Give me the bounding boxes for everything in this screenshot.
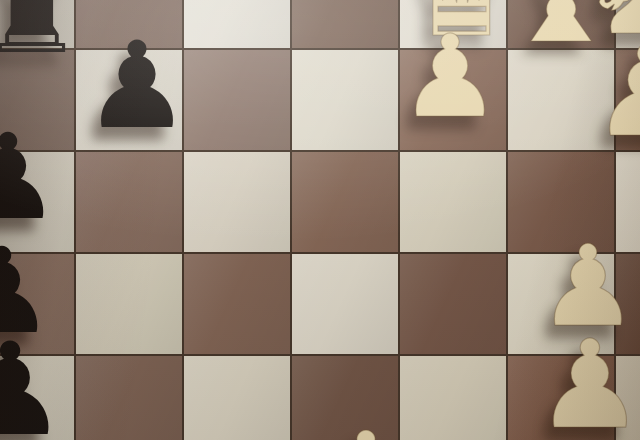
piece-white-pawn-c4[interactable]: ♟: [532, 230, 640, 342]
piece-white-queen-d1[interactable]: ♛: [395, 0, 530, 56]
piece-white-pawn-d2[interactable]: ♟: [393, 20, 507, 134]
piece-black-rook-h1[interactable]: ♜: [0, 0, 91, 70]
piece-white-knight-b1[interactable]: ♞: [573, 0, 640, 52]
piece-black-pawn-h4[interactable]: ♟: [0, 232, 61, 350]
piece-white-pawn-e6[interactable]: ♟: [309, 417, 424, 440]
piece-white-pawn-b2[interactable]: ♟: [585, 29, 640, 154]
chessboard-photo: ♜♟♟♟♟♛♝♞♟♟♟♟♟: [0, 0, 640, 440]
piece-black-pawn-h3[interactable]: ♟: [0, 118, 67, 236]
piece-white-bishop-c1[interactable]: ♝: [497, 0, 625, 61]
pieces-layer: ♜♟♟♟♟♛♝♞♟♟♟♟♟: [0, 0, 640, 440]
piece-white-pawn-c5[interactable]: ♟: [529, 324, 640, 440]
photo-layer: ♜♟♟♟♟♛♝♞♟♟♟♟♟: [0, 0, 640, 440]
piece-black-pawn-h5[interactable]: ♟: [0, 326, 74, 440]
piece-black-pawn-g2[interactable]: ♟: [77, 26, 197, 146]
